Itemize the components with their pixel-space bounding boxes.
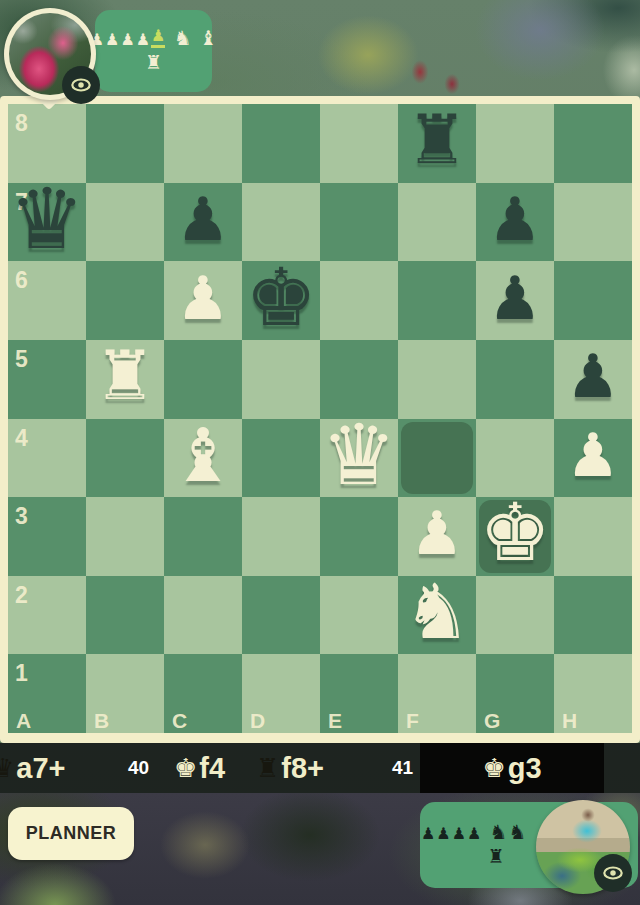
white-pawn-f3[interactable]: ♟ — [398, 494, 476, 573]
captured-row-2: ♜ — [487, 847, 504, 866]
square-g5[interactable] — [476, 340, 554, 419]
rank-label-5: 5 — [15, 348, 28, 371]
file-label-d: D — [250, 710, 265, 731]
square-g3[interactable]: ♚ — [476, 497, 554, 576]
square-b6[interactable] — [86, 261, 164, 340]
board: 8♜7♛♟♟6♟♚♟5♜♟4♝♛♟3♟♚2♞1ABCDEFGH — [8, 104, 632, 733]
square-b4[interactable] — [86, 419, 164, 498]
square-h3[interactable] — [554, 497, 632, 576]
move-text: g3 — [508, 752, 542, 785]
file-label-g: G — [484, 710, 500, 731]
rank-label-8: 8 — [15, 112, 28, 135]
opponent-captured-panel: ♟♟♟♟♟♞♝ ♜ — [95, 10, 212, 92]
black-rook-f8[interactable]: ♜ — [398, 101, 476, 180]
square-c8[interactable] — [164, 104, 242, 183]
white-pawn-c6[interactable]: ♟ — [164, 258, 242, 337]
black-pawn-c7[interactable]: ♟ — [164, 180, 242, 259]
white-bishop-c4[interactable]: ♝ — [164, 416, 242, 495]
captured-row-2: ♜ — [145, 53, 162, 72]
spectate-eye-icon[interactable] — [62, 66, 100, 104]
square-b8[interactable] — [86, 104, 164, 183]
file-label-c: C — [172, 710, 187, 731]
white-pawn-h4[interactable]: ♟ — [554, 416, 632, 495]
spectate-eye-icon[interactable] — [594, 854, 632, 892]
square-f4[interactable] — [398, 419, 476, 498]
square-e4[interactable]: ♛ — [320, 419, 398, 498]
square-c1[interactable]: C — [164, 654, 242, 733]
file-label-f: F — [406, 710, 419, 731]
square-f2[interactable]: ♞ — [398, 576, 476, 655]
move-number: 40 — [128, 743, 149, 793]
black-king-d6[interactable]: ♚ — [242, 258, 320, 337]
black-rook-icon: ♜ — [256, 753, 279, 783]
square-a1[interactable]: 1A — [8, 654, 86, 733]
file-label-a: A — [16, 710, 31, 731]
square-a5[interactable]: 5 — [8, 340, 86, 419]
black-pawn-h5[interactable]: ♟ — [554, 337, 632, 416]
planner-button[interactable]: PLANNER — [8, 807, 134, 860]
white-knight-f2[interactable]: ♞ — [398, 573, 476, 652]
square-d4[interactable] — [242, 419, 320, 498]
opponent-captured-pieces: ♟♟♟♟♟♞♝ ♜ — [95, 28, 212, 72]
square-f6[interactable] — [398, 261, 476, 340]
square-d5[interactable] — [242, 340, 320, 419]
square-d2[interactable] — [242, 576, 320, 655]
square-c5[interactable] — [164, 340, 242, 419]
square-e7[interactable] — [320, 183, 398, 262]
square-g1[interactable]: G — [476, 654, 554, 733]
captured-pawn: ♟ — [452, 826, 466, 842]
square-c7[interactable]: ♟ — [164, 183, 242, 262]
rank-label-2: 2 — [15, 584, 28, 607]
black-queen-icon: ♛ — [0, 753, 14, 783]
square-h2[interactable] — [554, 576, 632, 655]
square-f7[interactable] — [398, 183, 476, 262]
white-king-g3[interactable]: ♚ — [476, 494, 554, 573]
square-g4[interactable] — [476, 419, 554, 498]
square-e1[interactable]: E — [320, 654, 398, 733]
square-g8[interactable] — [476, 104, 554, 183]
white-rook-b5[interactable]: ♜ — [86, 337, 164, 416]
square-h5[interactable]: ♟ — [554, 340, 632, 419]
square-c3[interactable] — [164, 497, 242, 576]
square-d6[interactable]: ♚ — [242, 261, 320, 340]
move-entry-f4[interactable]: ♚f4 — [174, 743, 225, 793]
move-text: f4 — [199, 752, 225, 785]
move-number: 41 — [392, 743, 413, 793]
square-d1[interactable]: D — [242, 654, 320, 733]
square-a2[interactable]: 2 — [8, 576, 86, 655]
square-e2[interactable] — [320, 576, 398, 655]
captured-bishop: ♝ — [199, 28, 217, 48]
square-h6[interactable] — [554, 261, 632, 340]
square-f1[interactable]: F — [398, 654, 476, 733]
square-c6[interactable]: ♟ — [164, 261, 242, 340]
square-a3[interactable]: 3 — [8, 497, 86, 576]
square-a7[interactable]: 7♛ — [8, 183, 86, 262]
square-c4[interactable]: ♝ — [164, 419, 242, 498]
file-label-h: H — [562, 710, 577, 731]
captured-knight: ♞ — [489, 822, 507, 842]
captured-pawn: ♟ — [421, 826, 435, 842]
square-h4[interactable]: ♟ — [554, 419, 632, 498]
move-text: a7+ — [16, 752, 65, 785]
file-label-b: B — [94, 710, 109, 731]
square-b1[interactable]: B — [86, 654, 164, 733]
move-list-bar: ♛a7+40♚f4♜f8+41♚g3 — [0, 743, 640, 793]
rank-label-3: 3 — [15, 505, 28, 528]
square-a4[interactable]: 4 — [8, 419, 86, 498]
square-e8[interactable] — [320, 104, 398, 183]
black-pawn-g7[interactable]: ♟ — [476, 180, 554, 259]
square-e3[interactable] — [320, 497, 398, 576]
move-text: f8+ — [281, 752, 324, 785]
white-king-icon: ♚ — [174, 753, 197, 783]
square-b3[interactable] — [86, 497, 164, 576]
square-g6[interactable]: ♟ — [476, 261, 554, 340]
square-g7[interactable]: ♟ — [476, 183, 554, 262]
square-h1[interactable]: H — [554, 654, 632, 733]
captured-pawn: ♟ — [136, 32, 150, 48]
rank-label-4: 4 — [15, 427, 28, 450]
captured-pawn: ♟ — [120, 32, 134, 48]
rank-label-6: 6 — [15, 269, 28, 292]
file-label-e: E — [328, 710, 342, 731]
move-entry-f8+[interactable]: ♜f8+ — [256, 743, 324, 793]
square-d7[interactable] — [242, 183, 320, 262]
square-c2[interactable] — [164, 576, 242, 655]
board-frame: 8♜7♛♟♟6♟♚♟5♜♟4♝♛♟3♟♚2♞1ABCDEFGH — [0, 96, 640, 743]
captured-rook: ♜ — [145, 53, 162, 72]
captured-knight: ♞ — [508, 822, 526, 842]
opponent-avatar[interactable] — [4, 8, 96, 100]
square-f8[interactable]: ♜ — [398, 104, 476, 183]
square-d8[interactable] — [242, 104, 320, 183]
black-queen-a7[interactable]: ♛ — [8, 180, 86, 259]
move-entry-a7+[interactable]: ♛a7+ — [0, 743, 66, 793]
white-queen-e4[interactable]: ♛ — [320, 416, 398, 495]
square-a6[interactable]: 6 — [8, 261, 86, 340]
square-h8[interactable] — [554, 104, 632, 183]
square-f3[interactable]: ♟ — [398, 497, 476, 576]
last-move-highlight — [401, 422, 473, 495]
square-f5[interactable] — [398, 340, 476, 419]
square-b5[interactable]: ♜ — [86, 340, 164, 419]
square-h7[interactable] — [554, 183, 632, 262]
captured-pawn: ♟ — [467, 826, 481, 842]
captured-rook: ♜ — [487, 847, 504, 866]
square-d3[interactable] — [242, 497, 320, 576]
square-g2[interactable] — [476, 576, 554, 655]
captured-knight: ♞ — [173, 28, 191, 48]
square-e6[interactable] — [320, 261, 398, 340]
rank-label-1: 1 — [15, 662, 28, 685]
square-b2[interactable] — [86, 576, 164, 655]
black-pawn-g6[interactable]: ♟ — [476, 258, 554, 337]
move-entry-g3[interactable]: ♚g3 — [420, 743, 604, 793]
captured-pawn: ♟ — [151, 28, 165, 48]
white-king-icon: ♚ — [482, 753, 505, 783]
square-b7[interactable] — [86, 183, 164, 262]
captured-pawn: ♟ — [436, 826, 450, 842]
captured-pawn: ♟ — [105, 32, 119, 48]
captured-row-1: ♟♟♟♟♟♞♝ — [90, 28, 218, 48]
